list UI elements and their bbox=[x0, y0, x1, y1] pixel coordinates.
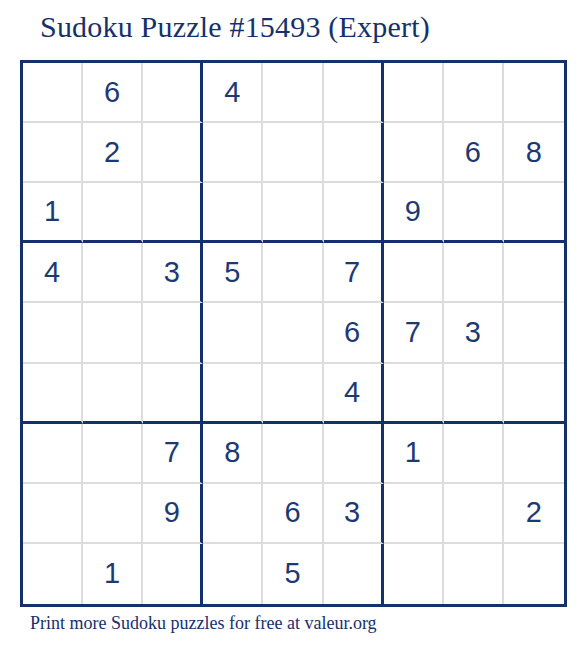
sudoku-cell[interactable]: 2 bbox=[504, 484, 564, 544]
sudoku-cell[interactable]: 6 bbox=[324, 303, 384, 363]
sudoku-cell[interactable] bbox=[83, 303, 143, 363]
sudoku-cell[interactable] bbox=[23, 544, 83, 604]
sudoku-cell[interactable] bbox=[263, 424, 323, 484]
sudoku-cell[interactable] bbox=[324, 424, 384, 484]
sudoku-cell[interactable]: 4 bbox=[23, 243, 83, 303]
sudoku-cell[interactable]: 3 bbox=[324, 484, 384, 544]
sudoku-cell[interactable] bbox=[324, 63, 384, 123]
sudoku-cell[interactable] bbox=[203, 123, 263, 183]
sudoku-cell[interactable]: 5 bbox=[263, 544, 323, 604]
sudoku-cell[interactable]: 1 bbox=[23, 183, 83, 243]
sudoku-cell[interactable] bbox=[83, 364, 143, 424]
sudoku-cell[interactable]: 8 bbox=[203, 424, 263, 484]
sudoku-cell[interactable] bbox=[23, 63, 83, 123]
sudoku-cell[interactable] bbox=[23, 484, 83, 544]
sudoku-cell[interactable] bbox=[444, 364, 504, 424]
sudoku-cell[interactable] bbox=[263, 303, 323, 363]
sudoku-cell[interactable] bbox=[263, 63, 323, 123]
sudoku-cell[interactable] bbox=[504, 303, 564, 363]
sudoku-cell[interactable] bbox=[444, 183, 504, 243]
sudoku-cell[interactable] bbox=[504, 243, 564, 303]
sudoku-cell[interactable] bbox=[384, 484, 444, 544]
sudoku-cell[interactable]: 4 bbox=[203, 63, 263, 123]
sudoku-cell[interactable] bbox=[263, 364, 323, 424]
sudoku-cell[interactable]: 7 bbox=[143, 424, 203, 484]
sudoku-cell[interactable] bbox=[324, 544, 384, 604]
sudoku-cell[interactable]: 5 bbox=[203, 243, 263, 303]
sudoku-cell[interactable] bbox=[384, 123, 444, 183]
footer-text: Print more Sudoku puzzles for free at va… bbox=[30, 613, 377, 634]
sudoku-cell[interactable] bbox=[143, 544, 203, 604]
sudoku-cell[interactable]: 9 bbox=[143, 484, 203, 544]
sudoku-cell[interactable]: 6 bbox=[444, 123, 504, 183]
sudoku-cell[interactable] bbox=[444, 484, 504, 544]
sudoku-cell[interactable]: 3 bbox=[143, 243, 203, 303]
sudoku-cell[interactable] bbox=[203, 484, 263, 544]
sudoku-page: Sudoku Puzzle #15493 (Expert) 6426819435… bbox=[0, 0, 580, 651]
sudoku-cell[interactable]: 7 bbox=[324, 243, 384, 303]
sudoku-cell[interactable] bbox=[384, 243, 444, 303]
sudoku-cell[interactable] bbox=[444, 424, 504, 484]
sudoku-cell[interactable] bbox=[143, 364, 203, 424]
sudoku-cell[interactable] bbox=[263, 243, 323, 303]
sudoku-grid: 642681943576734781963215 bbox=[20, 60, 567, 607]
sudoku-cell[interactable] bbox=[444, 243, 504, 303]
sudoku-cell[interactable] bbox=[23, 364, 83, 424]
sudoku-cell[interactable]: 6 bbox=[83, 63, 143, 123]
sudoku-cell[interactable] bbox=[203, 364, 263, 424]
sudoku-cell[interactable]: 7 bbox=[384, 303, 444, 363]
sudoku-cell[interactable] bbox=[263, 123, 323, 183]
sudoku-cell[interactable] bbox=[203, 303, 263, 363]
sudoku-cell[interactable] bbox=[384, 544, 444, 604]
sudoku-cell[interactable]: 4 bbox=[324, 364, 384, 424]
sudoku-cell[interactable] bbox=[324, 123, 384, 183]
sudoku-cell[interactable] bbox=[23, 424, 83, 484]
sudoku-cell[interactable] bbox=[384, 63, 444, 123]
sudoku-cell[interactable] bbox=[444, 544, 504, 604]
sudoku-cell[interactable] bbox=[504, 544, 564, 604]
sudoku-cell[interactable] bbox=[23, 123, 83, 183]
sudoku-cell[interactable] bbox=[444, 63, 504, 123]
sudoku-cell[interactable] bbox=[83, 183, 143, 243]
sudoku-cell[interactable] bbox=[143, 183, 203, 243]
sudoku-cell[interactable]: 8 bbox=[504, 123, 564, 183]
sudoku-cell[interactable] bbox=[263, 183, 323, 243]
sudoku-cell[interactable]: 1 bbox=[384, 424, 444, 484]
sudoku-cell[interactable] bbox=[83, 484, 143, 544]
sudoku-cell[interactable]: 6 bbox=[263, 484, 323, 544]
sudoku-cell[interactable] bbox=[83, 424, 143, 484]
sudoku-cell[interactable]: 9 bbox=[384, 183, 444, 243]
sudoku-cell[interactable] bbox=[504, 183, 564, 243]
sudoku-cell[interactable] bbox=[324, 183, 384, 243]
sudoku-cell[interactable] bbox=[143, 303, 203, 363]
sudoku-cell[interactable] bbox=[83, 243, 143, 303]
page-title: Sudoku Puzzle #15493 (Expert) bbox=[40, 10, 430, 44]
sudoku-cell[interactable] bbox=[504, 63, 564, 123]
sudoku-cell[interactable]: 2 bbox=[83, 123, 143, 183]
sudoku-cell[interactable] bbox=[384, 364, 444, 424]
sudoku-cell[interactable] bbox=[143, 123, 203, 183]
sudoku-cell[interactable] bbox=[143, 63, 203, 123]
sudoku-cell[interactable] bbox=[504, 364, 564, 424]
sudoku-cell[interactable] bbox=[203, 183, 263, 243]
sudoku-cell[interactable] bbox=[203, 544, 263, 604]
sudoku-cell[interactable] bbox=[504, 424, 564, 484]
sudoku-cell[interactable]: 1 bbox=[83, 544, 143, 604]
sudoku-cell[interactable]: 3 bbox=[444, 303, 504, 363]
sudoku-cell[interactable] bbox=[23, 303, 83, 363]
